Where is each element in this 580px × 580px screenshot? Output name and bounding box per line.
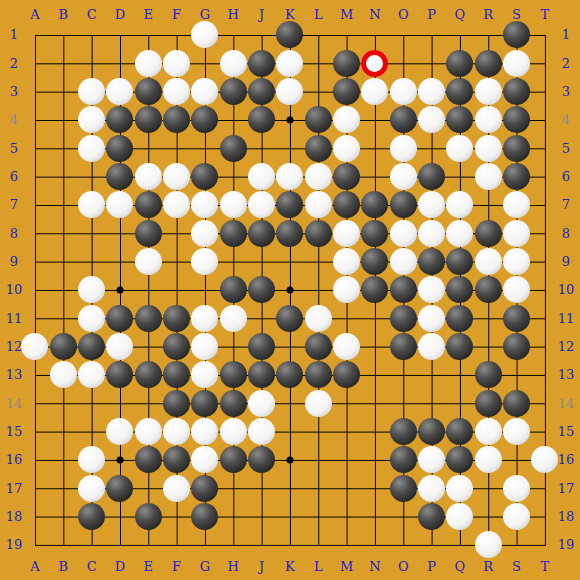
intersection-P7[interactable] xyxy=(417,191,445,219)
intersection-F6[interactable] xyxy=(162,162,190,190)
intersection-Q9[interactable] xyxy=(446,247,474,275)
intersection-A9[interactable] xyxy=(21,247,49,275)
intersection-L5[interactable] xyxy=(304,134,332,162)
intersection-J15[interactable] xyxy=(247,417,275,445)
intersection-J10[interactable] xyxy=(247,276,275,304)
intersection-H10[interactable] xyxy=(219,276,247,304)
intersection-E7[interactable] xyxy=(134,191,162,219)
intersection-K7[interactable] xyxy=(276,191,304,219)
intersection-L15[interactable] xyxy=(304,417,332,445)
intersection-L17[interactable] xyxy=(304,474,332,502)
intersection-F2[interactable] xyxy=(162,49,190,77)
intersection-T13[interactable] xyxy=(531,361,559,389)
intersection-B5[interactable] xyxy=(49,134,77,162)
intersection-H8[interactable] xyxy=(219,219,247,247)
intersection-H15[interactable] xyxy=(219,417,247,445)
intersection-E6[interactable] xyxy=(134,162,162,190)
intersection-O10[interactable] xyxy=(389,276,417,304)
intersection-C1[interactable] xyxy=(77,21,105,49)
intersection-A8[interactable] xyxy=(21,219,49,247)
intersection-C2[interactable] xyxy=(77,49,105,77)
intersection-Q15[interactable] xyxy=(446,417,474,445)
intersection-H2[interactable] xyxy=(219,49,247,77)
intersection-C14[interactable] xyxy=(77,389,105,417)
intersection-H11[interactable] xyxy=(219,304,247,332)
intersection-S14[interactable] xyxy=(502,389,530,417)
intersection-D6[interactable] xyxy=(106,162,134,190)
intersection-C7[interactable] xyxy=(77,191,105,219)
intersection-G6[interactable] xyxy=(191,162,219,190)
intersection-D3[interactable] xyxy=(106,77,134,105)
intersection-P19[interactable] xyxy=(417,531,445,559)
intersection-P4[interactable] xyxy=(417,106,445,134)
intersection-D7[interactable] xyxy=(106,191,134,219)
intersection-A1[interactable] xyxy=(21,21,49,49)
intersection-Q3[interactable] xyxy=(446,77,474,105)
intersection-M1[interactable] xyxy=(332,21,360,49)
intersection-H17[interactable] xyxy=(219,474,247,502)
intersection-B1[interactable] xyxy=(49,21,77,49)
intersection-T1[interactable] xyxy=(531,21,559,49)
intersection-M10[interactable] xyxy=(332,276,360,304)
intersection-L3[interactable] xyxy=(304,77,332,105)
intersection-F18[interactable] xyxy=(162,502,190,530)
intersection-A14[interactable] xyxy=(21,389,49,417)
intersection-J6[interactable] xyxy=(247,162,275,190)
intersection-M7[interactable] xyxy=(332,191,360,219)
intersection-N5[interactable] xyxy=(361,134,389,162)
intersection-S10[interactable] xyxy=(502,276,530,304)
intersection-D19[interactable] xyxy=(106,531,134,559)
intersection-P1[interactable] xyxy=(417,21,445,49)
intersection-O3[interactable] xyxy=(389,77,417,105)
intersection-C8[interactable] xyxy=(77,219,105,247)
intersection-K15[interactable] xyxy=(276,417,304,445)
intersection-O5[interactable] xyxy=(389,134,417,162)
intersection-F15[interactable] xyxy=(162,417,190,445)
intersection-A2[interactable] xyxy=(21,49,49,77)
intersection-G16[interactable] xyxy=(191,446,219,474)
intersection-O12[interactable] xyxy=(389,332,417,360)
intersection-C17[interactable] xyxy=(77,474,105,502)
intersection-P2[interactable] xyxy=(417,49,445,77)
intersection-G1[interactable] xyxy=(191,21,219,49)
intersection-B4[interactable] xyxy=(49,106,77,134)
intersection-J4[interactable] xyxy=(247,106,275,134)
intersection-N12[interactable] xyxy=(361,332,389,360)
intersection-S3[interactable] xyxy=(502,77,530,105)
intersection-N8[interactable] xyxy=(361,219,389,247)
intersection-H7[interactable] xyxy=(219,191,247,219)
intersection-G5[interactable] xyxy=(191,134,219,162)
intersection-F4[interactable] xyxy=(162,106,190,134)
intersection-M18[interactable] xyxy=(332,502,360,530)
intersection-L11[interactable] xyxy=(304,304,332,332)
intersection-Q6[interactable] xyxy=(446,162,474,190)
intersection-C5[interactable] xyxy=(77,134,105,162)
intersection-B7[interactable] xyxy=(49,191,77,219)
intersection-H12[interactable] xyxy=(219,332,247,360)
intersection-P12[interactable] xyxy=(417,332,445,360)
intersection-C6[interactable] xyxy=(77,162,105,190)
intersection-R16[interactable] xyxy=(474,446,502,474)
intersection-T14[interactable] xyxy=(531,389,559,417)
intersection-G12[interactable] xyxy=(191,332,219,360)
intersection-H16[interactable] xyxy=(219,446,247,474)
intersection-G11[interactable] xyxy=(191,304,219,332)
intersection-T5[interactable] xyxy=(531,134,559,162)
intersection-P14[interactable] xyxy=(417,389,445,417)
intersection-S9[interactable] xyxy=(502,247,530,275)
intersection-R12[interactable] xyxy=(474,332,502,360)
intersection-N17[interactable] xyxy=(361,474,389,502)
intersection-Q10[interactable] xyxy=(446,276,474,304)
intersection-M4[interactable] xyxy=(332,106,360,134)
intersection-P11[interactable] xyxy=(417,304,445,332)
intersection-A15[interactable] xyxy=(21,417,49,445)
intersection-D4[interactable] xyxy=(106,106,134,134)
intersection-K14[interactable] xyxy=(276,389,304,417)
intersection-E13[interactable] xyxy=(134,361,162,389)
intersection-E15[interactable] xyxy=(134,417,162,445)
intersection-T12[interactable] xyxy=(531,332,559,360)
intersection-T18[interactable] xyxy=(531,502,559,530)
intersection-S8[interactable] xyxy=(502,219,530,247)
intersection-F12[interactable] xyxy=(162,332,190,360)
intersection-R8[interactable] xyxy=(474,219,502,247)
intersection-J9[interactable] xyxy=(247,247,275,275)
intersection-L7[interactable] xyxy=(304,191,332,219)
intersection-N16[interactable] xyxy=(361,446,389,474)
intersection-S13[interactable] xyxy=(502,361,530,389)
intersection-O4[interactable] xyxy=(389,106,417,134)
intersection-J5[interactable] xyxy=(247,134,275,162)
intersection-H9[interactable] xyxy=(219,247,247,275)
intersection-M9[interactable] xyxy=(332,247,360,275)
intersection-D18[interactable] xyxy=(106,502,134,530)
intersection-K9[interactable] xyxy=(276,247,304,275)
intersection-P3[interactable] xyxy=(417,77,445,105)
intersection-Q14[interactable] xyxy=(446,389,474,417)
intersection-O19[interactable] xyxy=(389,531,417,559)
intersection-Q1[interactable] xyxy=(446,21,474,49)
intersection-T17[interactable] xyxy=(531,474,559,502)
intersection-A10[interactable] xyxy=(21,276,49,304)
intersection-N15[interactable] xyxy=(361,417,389,445)
intersection-M16[interactable] xyxy=(332,446,360,474)
intersection-N1[interactable] xyxy=(361,21,389,49)
intersection-O14[interactable] xyxy=(389,389,417,417)
intersection-O11[interactable] xyxy=(389,304,417,332)
intersection-G10[interactable] xyxy=(191,276,219,304)
intersection-J17[interactable] xyxy=(247,474,275,502)
intersection-E14[interactable] xyxy=(134,389,162,417)
intersection-P5[interactable] xyxy=(417,134,445,162)
intersection-L14[interactable] xyxy=(304,389,332,417)
intersection-C9[interactable] xyxy=(77,247,105,275)
intersection-N9[interactable] xyxy=(361,247,389,275)
intersection-T3[interactable] xyxy=(531,77,559,105)
intersection-C3[interactable] xyxy=(77,77,105,105)
intersection-C12[interactable] xyxy=(77,332,105,360)
intersection-B11[interactable] xyxy=(49,304,77,332)
intersection-R3[interactable] xyxy=(474,77,502,105)
intersection-L2[interactable] xyxy=(304,49,332,77)
intersection-L16[interactable] xyxy=(304,446,332,474)
intersection-N2[interactable] xyxy=(361,49,389,77)
intersection-J16[interactable] xyxy=(247,446,275,474)
intersection-K16[interactable] xyxy=(276,446,304,474)
intersection-S5[interactable] xyxy=(502,134,530,162)
intersection-H14[interactable] xyxy=(219,389,247,417)
intersection-D15[interactable] xyxy=(106,417,134,445)
intersection-R11[interactable] xyxy=(474,304,502,332)
intersection-F19[interactable] xyxy=(162,531,190,559)
intersection-J19[interactable] xyxy=(247,531,275,559)
intersection-R5[interactable] xyxy=(474,134,502,162)
intersection-T2[interactable] xyxy=(531,49,559,77)
intersection-D5[interactable] xyxy=(106,134,134,162)
intersection-D12[interactable] xyxy=(106,332,134,360)
intersection-A5[interactable] xyxy=(21,134,49,162)
intersection-O13[interactable] xyxy=(389,361,417,389)
intersection-K19[interactable] xyxy=(276,531,304,559)
intersection-R9[interactable] xyxy=(474,247,502,275)
intersection-A6[interactable] xyxy=(21,162,49,190)
intersection-T8[interactable] xyxy=(531,219,559,247)
intersection-S17[interactable] xyxy=(502,474,530,502)
intersection-Q11[interactable] xyxy=(446,304,474,332)
intersection-S19[interactable] xyxy=(502,531,530,559)
intersection-D16[interactable] xyxy=(106,446,134,474)
intersection-Q13[interactable] xyxy=(446,361,474,389)
intersection-O7[interactable] xyxy=(389,191,417,219)
intersection-K4[interactable] xyxy=(276,106,304,134)
intersection-K12[interactable] xyxy=(276,332,304,360)
intersection-F14[interactable] xyxy=(162,389,190,417)
intersection-P10[interactable] xyxy=(417,276,445,304)
intersection-O16[interactable] xyxy=(389,446,417,474)
intersection-H1[interactable] xyxy=(219,21,247,49)
intersection-B2[interactable] xyxy=(49,49,77,77)
intersection-H13[interactable] xyxy=(219,361,247,389)
intersection-N10[interactable] xyxy=(361,276,389,304)
intersection-L13[interactable] xyxy=(304,361,332,389)
intersection-T4[interactable] xyxy=(531,106,559,134)
intersection-N4[interactable] xyxy=(361,106,389,134)
intersection-B6[interactable] xyxy=(49,162,77,190)
intersection-H19[interactable] xyxy=(219,531,247,559)
intersection-F8[interactable] xyxy=(162,219,190,247)
intersection-P18[interactable] xyxy=(417,502,445,530)
intersection-D11[interactable] xyxy=(106,304,134,332)
intersection-J11[interactable] xyxy=(247,304,275,332)
intersection-G17[interactable] xyxy=(191,474,219,502)
intersection-S11[interactable] xyxy=(502,304,530,332)
intersection-R10[interactable] xyxy=(474,276,502,304)
intersection-F17[interactable] xyxy=(162,474,190,502)
intersection-D13[interactable] xyxy=(106,361,134,389)
intersection-K6[interactable] xyxy=(276,162,304,190)
intersection-O8[interactable] xyxy=(389,219,417,247)
intersection-R17[interactable] xyxy=(474,474,502,502)
intersection-N7[interactable] xyxy=(361,191,389,219)
intersection-F5[interactable] xyxy=(162,134,190,162)
intersection-S12[interactable] xyxy=(502,332,530,360)
intersection-M6[interactable] xyxy=(332,162,360,190)
intersection-D14[interactable] xyxy=(106,389,134,417)
intersection-Q19[interactable] xyxy=(446,531,474,559)
intersection-S16[interactable] xyxy=(502,446,530,474)
intersection-C11[interactable] xyxy=(77,304,105,332)
intersection-Q12[interactable] xyxy=(446,332,474,360)
intersection-M15[interactable] xyxy=(332,417,360,445)
intersection-Q7[interactable] xyxy=(446,191,474,219)
intersection-O15[interactable] xyxy=(389,417,417,445)
intersection-C15[interactable] xyxy=(77,417,105,445)
intersection-G19[interactable] xyxy=(191,531,219,559)
intersection-G7[interactable] xyxy=(191,191,219,219)
intersection-G18[interactable] xyxy=(191,502,219,530)
intersection-E5[interactable] xyxy=(134,134,162,162)
intersection-H6[interactable] xyxy=(219,162,247,190)
intersection-E11[interactable] xyxy=(134,304,162,332)
intersection-R19[interactable] xyxy=(474,531,502,559)
intersection-T11[interactable] xyxy=(531,304,559,332)
intersection-N18[interactable] xyxy=(361,502,389,530)
intersection-J13[interactable] xyxy=(247,361,275,389)
intersection-K11[interactable] xyxy=(276,304,304,332)
intersection-H3[interactable] xyxy=(219,77,247,105)
intersection-F9[interactable] xyxy=(162,247,190,275)
intersection-D8[interactable] xyxy=(106,219,134,247)
intersection-K13[interactable] xyxy=(276,361,304,389)
intersection-L10[interactable] xyxy=(304,276,332,304)
intersection-M11[interactable] xyxy=(332,304,360,332)
intersection-P6[interactable] xyxy=(417,162,445,190)
intersection-A16[interactable] xyxy=(21,446,49,474)
intersection-B10[interactable] xyxy=(49,276,77,304)
intersection-G2[interactable] xyxy=(191,49,219,77)
intersection-O18[interactable] xyxy=(389,502,417,530)
intersection-R18[interactable] xyxy=(474,502,502,530)
intersection-S18[interactable] xyxy=(502,502,530,530)
intersection-A12[interactable] xyxy=(21,332,49,360)
intersection-P17[interactable] xyxy=(417,474,445,502)
intersection-S1[interactable] xyxy=(502,21,530,49)
intersection-L18[interactable] xyxy=(304,502,332,530)
intersection-P16[interactable] xyxy=(417,446,445,474)
intersection-K1[interactable] xyxy=(276,21,304,49)
intersection-N6[interactable] xyxy=(361,162,389,190)
intersection-K2[interactable] xyxy=(276,49,304,77)
intersection-A18[interactable] xyxy=(21,502,49,530)
intersection-R1[interactable] xyxy=(474,21,502,49)
intersection-F16[interactable] xyxy=(162,446,190,474)
intersection-L8[interactable] xyxy=(304,219,332,247)
intersection-E2[interactable] xyxy=(134,49,162,77)
intersection-S15[interactable] xyxy=(502,417,530,445)
intersection-B14[interactable] xyxy=(49,389,77,417)
intersection-O2[interactable] xyxy=(389,49,417,77)
intersection-E16[interactable] xyxy=(134,446,162,474)
intersection-A19[interactable] xyxy=(21,531,49,559)
intersection-S4[interactable] xyxy=(502,106,530,134)
intersection-K3[interactable] xyxy=(276,77,304,105)
intersection-K18[interactable] xyxy=(276,502,304,530)
intersection-S6[interactable] xyxy=(502,162,530,190)
intersection-J12[interactable] xyxy=(247,332,275,360)
intersection-B15[interactable] xyxy=(49,417,77,445)
intersection-B12[interactable] xyxy=(49,332,77,360)
intersection-N19[interactable] xyxy=(361,531,389,559)
intersection-E12[interactable] xyxy=(134,332,162,360)
intersection-Q5[interactable] xyxy=(446,134,474,162)
intersection-L6[interactable] xyxy=(304,162,332,190)
intersection-Q4[interactable] xyxy=(446,106,474,134)
intersection-J18[interactable] xyxy=(247,502,275,530)
intersection-H5[interactable] xyxy=(219,134,247,162)
intersection-M12[interactable] xyxy=(332,332,360,360)
intersection-O9[interactable] xyxy=(389,247,417,275)
intersection-A4[interactable] xyxy=(21,106,49,134)
intersection-R6[interactable] xyxy=(474,162,502,190)
intersection-A11[interactable] xyxy=(21,304,49,332)
intersection-L19[interactable] xyxy=(304,531,332,559)
intersection-H4[interactable] xyxy=(219,106,247,134)
intersection-M19[interactable] xyxy=(332,531,360,559)
intersection-L12[interactable] xyxy=(304,332,332,360)
intersection-G4[interactable] xyxy=(191,106,219,134)
intersection-F13[interactable] xyxy=(162,361,190,389)
intersection-J1[interactable] xyxy=(247,21,275,49)
intersection-O17[interactable] xyxy=(389,474,417,502)
intersection-E4[interactable] xyxy=(134,106,162,134)
intersection-B17[interactable] xyxy=(49,474,77,502)
intersection-F3[interactable] xyxy=(162,77,190,105)
intersection-O6[interactable] xyxy=(389,162,417,190)
intersection-F11[interactable] xyxy=(162,304,190,332)
intersection-Q18[interactable] xyxy=(446,502,474,530)
intersection-M14[interactable] xyxy=(332,389,360,417)
intersection-L4[interactable] xyxy=(304,106,332,134)
intersection-E9[interactable] xyxy=(134,247,162,275)
intersection-K5[interactable] xyxy=(276,134,304,162)
intersection-E3[interactable] xyxy=(134,77,162,105)
intersection-A7[interactable] xyxy=(21,191,49,219)
intersection-T7[interactable] xyxy=(531,191,559,219)
intersection-R14[interactable] xyxy=(474,389,502,417)
intersection-C19[interactable] xyxy=(77,531,105,559)
intersection-T9[interactable] xyxy=(531,247,559,275)
intersection-T10[interactable] xyxy=(531,276,559,304)
intersection-N14[interactable] xyxy=(361,389,389,417)
intersection-Q16[interactable] xyxy=(446,446,474,474)
intersection-N11[interactable] xyxy=(361,304,389,332)
intersection-C18[interactable] xyxy=(77,502,105,530)
intersection-B8[interactable] xyxy=(49,219,77,247)
intersection-J7[interactable] xyxy=(247,191,275,219)
intersection-M13[interactable] xyxy=(332,361,360,389)
intersection-B13[interactable] xyxy=(49,361,77,389)
intersection-E1[interactable] xyxy=(134,21,162,49)
intersection-R7[interactable] xyxy=(474,191,502,219)
intersection-J8[interactable] xyxy=(247,219,275,247)
intersection-G9[interactable] xyxy=(191,247,219,275)
intersection-C10[interactable] xyxy=(77,276,105,304)
intersection-T6[interactable] xyxy=(531,162,559,190)
intersection-B16[interactable] xyxy=(49,446,77,474)
